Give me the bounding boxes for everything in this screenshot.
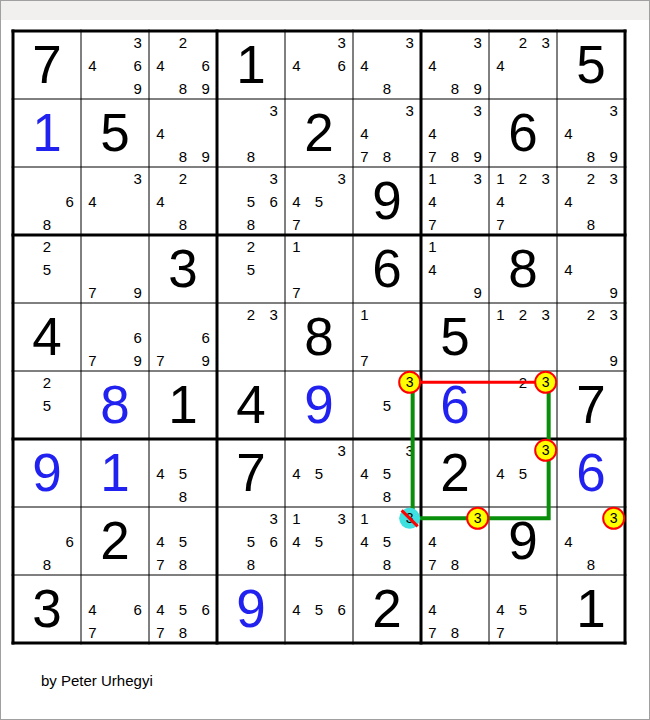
candidate-digit-4: 4 (156, 534, 164, 549)
candidate-digit-3: 3 (609, 103, 617, 118)
solved-digit: 2 (353, 575, 421, 643)
candidate-digit-5: 5 (383, 534, 391, 549)
cell-r3c9[interactable]: 2348 (557, 167, 625, 235)
cell-r5c3[interactable]: 679 (149, 303, 217, 371)
cell-r9c8[interactable]: 457 (489, 575, 557, 643)
candidate-digit-3: 3 (405, 375, 413, 390)
candidate-digit-8: 8 (179, 488, 187, 503)
candidate-digit-8: 8 (383, 80, 391, 95)
candidate-digit-3: 3 (269, 103, 277, 118)
candidate-digit-8: 8 (587, 216, 595, 231)
candidate-digit-6: 6 (201, 602, 209, 617)
cell-r4c5[interactable]: 17 (285, 235, 353, 303)
solved-digit: 6 (489, 99, 557, 167)
candidate-digit-1: 1 (428, 239, 436, 254)
candidate-digit-5: 5 (43, 398, 51, 413)
cell-r6c5[interactable]: 9 (285, 371, 353, 439)
cell-r4c6[interactable]: 6 (353, 235, 421, 303)
candidate-digit-8: 8 (179, 80, 187, 95)
candidate-digit-4: 4 (564, 194, 572, 209)
cell-r4c9[interactable]: 49 (557, 235, 625, 303)
solved-digit: 9 (285, 371, 353, 439)
candidate-digit-3: 3 (609, 511, 617, 526)
cell-r3c6[interactable]: 9 (353, 167, 421, 235)
candidate-digit-7: 7 (496, 216, 504, 231)
solved-digit: 7 (557, 371, 625, 439)
candidate-digit-9: 9 (201, 80, 209, 95)
cell-r2c7[interactable]: 34789 (421, 99, 489, 167)
cell-r3c5[interactable]: 3457 (285, 167, 353, 235)
puzzle-credit: by Peter Urhegyi (41, 672, 153, 689)
candidate-digit-6: 6 (133, 330, 141, 345)
cell-r7c2[interactable]: 1 (81, 439, 149, 507)
cell-r7c8[interactable]: 345 (489, 439, 557, 507)
candidate-digit-4: 4 (156, 194, 164, 209)
candidate-digit-3: 3 (541, 443, 549, 458)
candidate-digit-2: 2 (519, 35, 527, 50)
cell-r7c4[interactable]: 7 (217, 439, 285, 507)
solved-digit: 8 (489, 235, 557, 303)
cell-r5c8[interactable]: 123 (489, 303, 557, 371)
cell-r3c7[interactable]: 1347 (421, 167, 489, 235)
cell-r9c5[interactable]: 456 (285, 575, 353, 643)
cell-r4c1[interactable]: 25 (13, 235, 81, 303)
cell-r5c4[interactable]: 23 (217, 303, 285, 371)
candidate-digit-4: 4 (156, 466, 164, 481)
candidate-digit-4: 4 (360, 58, 368, 73)
cell-r4c8[interactable]: 8 (489, 235, 557, 303)
candidate-digit-5: 5 (383, 398, 391, 413)
candidate-digit-6: 6 (65, 534, 73, 549)
cell-r5c2[interactable]: 679 (81, 303, 149, 371)
solved-digit: 1 (81, 439, 149, 507)
solved-digit: 6 (421, 371, 489, 439)
solved-digit: 1 (557, 575, 625, 643)
solved-digit: 1 (149, 371, 217, 439)
candidate-digit-5: 5 (315, 194, 323, 209)
candidate-digit-8: 8 (587, 148, 595, 163)
candidate-digit-7: 7 (156, 624, 164, 639)
candidate-digit-3: 3 (609, 171, 617, 186)
candidate-digit-4: 4 (360, 534, 368, 549)
cell-r8c5[interactable]: 1345 (285, 507, 353, 575)
candidate-digit-4: 4 (428, 194, 436, 209)
candidate-digit-4: 4 (292, 194, 300, 209)
candidate-digit-4: 4 (564, 126, 572, 141)
cell-r7c5[interactable]: 345 (285, 439, 353, 507)
candidate-digit-5: 5 (179, 534, 187, 549)
candidate-digit-9: 9 (133, 284, 141, 299)
candidate-digit-5: 5 (247, 534, 255, 549)
cell-r8c2[interactable]: 2 (81, 507, 149, 575)
candidate-digit-2: 2 (43, 375, 51, 390)
candidate-digit-3: 3 (337, 35, 345, 50)
cell-r1c6[interactable]: 348 (353, 31, 421, 99)
candidate-digit-5: 5 (519, 466, 527, 481)
candidate-digit-5: 5 (315, 466, 323, 481)
solved-digit: 8 (285, 303, 353, 371)
cell-r2c3[interactable]: 489 (149, 99, 217, 167)
candidate-digit-8: 8 (451, 80, 459, 95)
solved-digit: 2 (285, 99, 353, 167)
candidate-digit-7: 7 (428, 556, 436, 571)
candidate-digit-7: 7 (88, 624, 96, 639)
cell-r1c1[interactable]: 7 (13, 31, 81, 99)
candidate-digit-7: 7 (360, 352, 368, 367)
candidate-digit-2: 2 (247, 307, 255, 322)
candidate-digit-9: 9 (609, 148, 617, 163)
cell-r8c8[interactable]: 9 (489, 507, 557, 575)
cell-r1c4[interactable]: 1 (217, 31, 285, 99)
candidate-digit-1: 1 (360, 307, 368, 322)
candidate-digit-4: 4 (292, 58, 300, 73)
cell-r9c7[interactable]: 478 (421, 575, 489, 643)
candidate-digit-5: 5 (315, 602, 323, 617)
candidate-digit-4: 4 (564, 534, 572, 549)
cell-r9c1[interactable]: 3 (13, 575, 81, 643)
candidate-digit-9: 9 (473, 80, 481, 95)
solved-digit: 6 (353, 235, 421, 303)
cell-r2c5[interactable]: 2 (285, 99, 353, 167)
candidate-digit-8: 8 (451, 148, 459, 163)
candidate-digit-8: 8 (451, 624, 459, 639)
candidate-digit-3: 3 (133, 171, 141, 186)
cell-r2c9[interactable]: 3489 (557, 99, 625, 167)
candidate-digit-3: 3 (541, 375, 549, 390)
cell-r1c2[interactable]: 3469 (81, 31, 149, 99)
cell-r3c8[interactable]: 12347 (489, 167, 557, 235)
candidate-digit-3: 3 (337, 171, 345, 186)
cell-r5c9[interactable]: 239 (557, 303, 625, 371)
solved-digit: 9 (217, 575, 285, 643)
candidate-digit-1: 1 (496, 307, 504, 322)
candidate-digit-1: 1 (496, 171, 504, 186)
candidate-digit-6: 6 (133, 602, 141, 617)
candidate-digit-7: 7 (156, 556, 164, 571)
cell-r8c1[interactable]: 68 (13, 507, 81, 575)
candidate-digit-4: 4 (292, 602, 300, 617)
candidate-digit-7: 7 (428, 148, 436, 163)
candidate-digit-8: 8 (179, 624, 187, 639)
candidate-digit-6: 6 (337, 58, 345, 73)
candidate-digit-4: 4 (292, 466, 300, 481)
candidate-digit-3: 3 (473, 511, 481, 526)
cell-r1c9[interactable]: 5 (557, 31, 625, 99)
candidate-digit-4: 4 (428, 262, 436, 277)
candidate-digit-2: 2 (179, 171, 187, 186)
cell-r9c2[interactable]: 467 (81, 575, 149, 643)
cell-r7c7[interactable]: 2 (421, 439, 489, 507)
solved-digit: 2 (421, 439, 489, 507)
candidate-digit-9: 9 (473, 148, 481, 163)
candidate-digit-4: 4 (496, 602, 504, 617)
cell-r6c7[interactable]: 6 (421, 371, 489, 439)
candidate-digit-3: 3 (269, 307, 277, 322)
solved-digit: 7 (217, 439, 285, 507)
cell-r1c7[interactable]: 3489 (421, 31, 489, 99)
candidate-digit-3: 3 (473, 35, 481, 50)
candidate-digit-4: 4 (428, 126, 436, 141)
candidate-digit-4: 4 (360, 466, 368, 481)
candidate-digit-7: 7 (496, 624, 504, 639)
solved-digit: 7 (13, 31, 81, 99)
candidate-digit-8: 8 (43, 556, 51, 571)
candidate-digit-8: 8 (247, 556, 255, 571)
candidate-digit-2: 2 (519, 307, 527, 322)
candidate-digit-7: 7 (428, 216, 436, 231)
candidate-digit-8: 8 (179, 556, 187, 571)
cell-r2c2[interactable]: 5 (81, 99, 149, 167)
candidate-digit-2: 2 (179, 35, 187, 50)
candidate-digit-1: 1 (428, 171, 436, 186)
cell-r1c8[interactable]: 234 (489, 31, 557, 99)
candidate-digit-5: 5 (43, 262, 51, 277)
solved-digit: 9 (489, 507, 557, 575)
candidate-digit-6: 6 (201, 58, 209, 73)
solved-digit: 4 (13, 303, 81, 371)
candidate-digit-3: 3 (337, 443, 345, 458)
solved-digit: 8 (81, 371, 149, 439)
candidate-digit-1: 1 (292, 511, 300, 526)
candidate-digit-4: 4 (428, 602, 436, 617)
candidate-digit-4: 4 (156, 602, 164, 617)
cell-r5c6[interactable]: 17 (353, 303, 421, 371)
candidate-digit-2: 2 (587, 307, 595, 322)
candidate-digit-8: 8 (383, 556, 391, 571)
candidate-digit-5: 5 (315, 534, 323, 549)
candidate-digit-7: 7 (428, 624, 436, 639)
candidate-digit-4: 4 (88, 602, 96, 617)
candidate-digit-2: 2 (43, 239, 51, 254)
candidate-digit-3: 3 (541, 171, 549, 186)
candidate-digit-1: 1 (292, 239, 300, 254)
solved-digit: 3 (13, 575, 81, 643)
candidate-digit-4: 4 (156, 58, 164, 73)
cell-r3c4[interactable]: 3568 (217, 167, 285, 235)
candidate-digit-7: 7 (88, 284, 96, 299)
cell-r9c9[interactable]: 1 (557, 575, 625, 643)
candidate-digit-8: 8 (179, 216, 187, 231)
solved-digit: 1 (217, 31, 285, 99)
candidate-digit-9: 9 (473, 284, 481, 299)
candidate-digit-4: 4 (88, 194, 96, 209)
cell-r4c3[interactable]: 3 (149, 235, 217, 303)
cell-r5c7[interactable]: 5 (421, 303, 489, 371)
candidate-digit-5: 5 (179, 466, 187, 481)
candidate-digit-9: 9 (609, 352, 617, 367)
candidate-digit-8: 8 (383, 488, 391, 503)
candidate-digit-5: 5 (179, 602, 187, 617)
candidate-digit-4: 4 (496, 58, 504, 73)
app-window: 7346924689134634834892345154893823478347… (0, 0, 650, 720)
candidate-digit-8: 8 (179, 148, 187, 163)
candidate-digit-5: 5 (383, 466, 391, 481)
cell-r9c3[interactable]: 45678 (149, 575, 217, 643)
candidate-digit-4: 4 (156, 126, 164, 141)
cell-r9c6[interactable]: 2 (353, 575, 421, 643)
candidate-digit-3: 3 (541, 35, 549, 50)
cell-r6c8[interactable]: 23 (489, 371, 557, 439)
cell-r3c2[interactable]: 34 (81, 167, 149, 235)
cell-r2c4[interactable]: 38 (217, 99, 285, 167)
candidate-digit-3: 3 (405, 443, 413, 458)
cell-r3c3[interactable]: 248 (149, 167, 217, 235)
candidate-digit-3: 3 (405, 511, 413, 526)
cell-r8c6[interactable]: 13458 (353, 507, 421, 575)
candidate-digit-4: 4 (564, 262, 572, 277)
cell-r4c4[interactable]: 25 (217, 235, 285, 303)
candidate-digit-9: 9 (133, 352, 141, 367)
candidate-digit-3: 3 (541, 307, 549, 322)
candidate-digit-4: 4 (496, 466, 504, 481)
candidate-digit-7: 7 (292, 216, 300, 231)
cell-r4c2[interactable]: 79 (81, 235, 149, 303)
candidate-digit-9: 9 (133, 80, 141, 95)
candidate-digit-2: 2 (587, 171, 595, 186)
cell-r1c3[interactable]: 24689 (149, 31, 217, 99)
candidate-digit-3: 3 (609, 307, 617, 322)
candidate-digit-3: 3 (269, 171, 277, 186)
candidate-digit-9: 9 (201, 352, 209, 367)
candidate-digit-4: 4 (88, 58, 96, 73)
solved-digit: 4 (217, 371, 285, 439)
solved-digit: 5 (557, 31, 625, 99)
candidate-digit-4: 4 (428, 58, 436, 73)
candidate-digit-4: 4 (292, 534, 300, 549)
solved-digit: 6 (557, 439, 625, 507)
candidate-digit-1: 1 (360, 511, 368, 526)
candidate-digit-3: 3 (473, 103, 481, 118)
candidate-digit-8: 8 (451, 556, 459, 571)
candidate-digit-7: 7 (360, 148, 368, 163)
cell-r6c6[interactable]: 35 (353, 371, 421, 439)
cell-r6c1[interactable]: 25 (13, 371, 81, 439)
candidate-digit-7: 7 (292, 284, 300, 299)
candidate-digit-8: 8 (247, 148, 255, 163)
candidate-digit-6: 6 (337, 602, 345, 617)
solved-digit: 5 (81, 99, 149, 167)
solved-digit: 1 (13, 99, 81, 167)
cell-r9c4[interactable]: 9 (217, 575, 285, 643)
candidate-digit-7: 7 (88, 352, 96, 367)
cell-r2c6[interactable]: 3478 (353, 99, 421, 167)
cell-r8c4[interactable]: 3568 (217, 507, 285, 575)
cell-r6c3[interactable]: 1 (149, 371, 217, 439)
candidate-digit-8: 8 (383, 148, 391, 163)
cell-r5c5[interactable]: 8 (285, 303, 353, 371)
sudoku-board: 7346924689134634834892345154893823478347… (1, 1, 649, 719)
solved-digit: 5 (421, 303, 489, 371)
candidate-digit-3: 3 (337, 511, 345, 526)
cell-r7c1[interactable]: 9 (13, 439, 81, 507)
solved-digit: 3 (149, 235, 217, 303)
cell-r7c9[interactable]: 6 (557, 439, 625, 507)
candidate-digit-2: 2 (519, 375, 527, 390)
candidate-digit-7: 7 (156, 352, 164, 367)
candidate-digit-3: 3 (405, 103, 413, 118)
cell-r1c5[interactable]: 346 (285, 31, 353, 99)
candidate-digit-8: 8 (247, 216, 255, 231)
candidate-digit-8: 8 (587, 556, 595, 571)
candidate-digit-4: 4 (360, 126, 368, 141)
cell-r6c2[interactable]: 8 (81, 371, 149, 439)
candidate-digit-6: 6 (133, 58, 141, 73)
candidate-digit-5: 5 (247, 194, 255, 209)
candidate-digit-3: 3 (133, 35, 141, 50)
cell-r8c7[interactable]: 3478 (421, 507, 489, 575)
candidate-digit-9: 9 (201, 148, 209, 163)
cell-r7c3[interactable]: 458 (149, 439, 217, 507)
cell-r7c6[interactable]: 3458 (353, 439, 421, 507)
cell-r5c1[interactable]: 4 (13, 303, 81, 371)
candidate-digit-6: 6 (269, 194, 277, 209)
candidate-digit-3: 3 (473, 171, 481, 186)
candidate-digit-2: 2 (519, 171, 527, 186)
candidate-digit-8: 8 (43, 216, 51, 231)
candidate-digit-9: 9 (609, 284, 617, 299)
cell-r2c1[interactable]: 1 (13, 99, 81, 167)
cell-r8c9[interactable]: 348 (557, 507, 625, 575)
cell-r4c7[interactable]: 149 (421, 235, 489, 303)
cell-r2c8[interactable]: 6 (489, 99, 557, 167)
candidate-digit-6: 6 (65, 194, 73, 209)
cell-r8c3[interactable]: 4578 (149, 507, 217, 575)
solved-digit: 9 (353, 167, 421, 235)
candidate-digit-4: 4 (496, 194, 504, 209)
candidate-digit-5: 5 (519, 602, 527, 617)
cell-r6c4[interactable]: 4 (217, 371, 285, 439)
cell-r6c9[interactable]: 7 (557, 371, 625, 439)
candidate-digit-4: 4 (428, 534, 436, 549)
cell-r3c1[interactable]: 68 (13, 167, 81, 235)
candidate-digit-6: 6 (269, 534, 277, 549)
candidate-digit-3: 3 (405, 35, 413, 50)
candidate-digit-6: 6 (201, 330, 209, 345)
candidate-digit-2: 2 (247, 239, 255, 254)
candidate-digit-5: 5 (247, 262, 255, 277)
candidate-digit-3: 3 (269, 511, 277, 526)
solved-digit: 2 (81, 507, 149, 575)
solved-digit: 9 (13, 439, 81, 507)
